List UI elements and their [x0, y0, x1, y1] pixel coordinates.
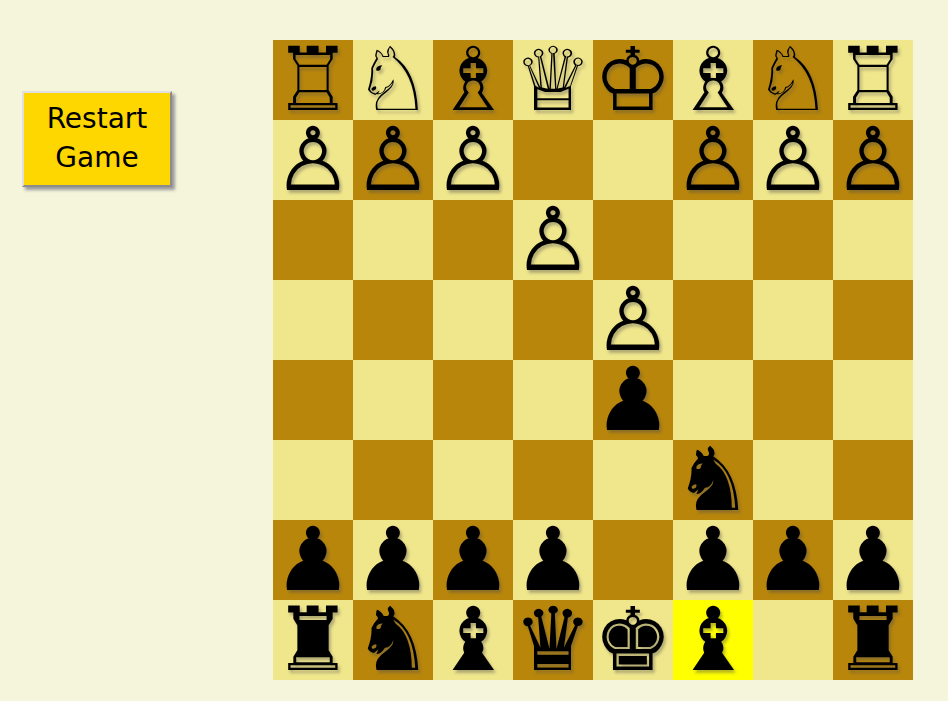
square-b4[interactable]: [353, 280, 433, 360]
square-h5[interactable]: [833, 360, 913, 440]
square-a5[interactable]: [273, 360, 353, 440]
square-c3[interactable]: [433, 200, 513, 280]
square-g2[interactable]: ♙: [753, 120, 833, 200]
square-g3[interactable]: [753, 200, 833, 280]
square-h4[interactable]: [833, 280, 913, 360]
square-a2[interactable]: ♙: [273, 120, 353, 200]
piece-black-bishop[interactable]: ♝: [674, 600, 753, 680]
square-b5[interactable]: [353, 360, 433, 440]
piece-black-knight[interactable]: ♞: [354, 600, 433, 680]
piece-black-rook[interactable]: ♜: [274, 600, 353, 680]
piece-white-queen[interactable]: ♕: [514, 40, 593, 120]
piece-white-pawn[interactable]: ♙: [754, 120, 833, 200]
square-f8[interactable]: ♝: [673, 600, 753, 680]
square-c2[interactable]: ♙: [433, 120, 513, 200]
piece-white-pawn[interactable]: ♙: [834, 120, 913, 200]
square-d4[interactable]: [513, 280, 593, 360]
piece-white-pawn[interactable]: ♙: [354, 120, 433, 200]
piece-black-rook[interactable]: ♜: [834, 600, 913, 680]
piece-white-pawn[interactable]: ♙: [514, 200, 593, 280]
piece-black-bishop[interactable]: ♝: [434, 600, 513, 680]
square-f2[interactable]: ♙: [673, 120, 753, 200]
square-d5[interactable]: [513, 360, 593, 440]
square-h2[interactable]: ♙: [833, 120, 913, 200]
square-e8[interactable]: ♚: [593, 600, 673, 680]
square-f4[interactable]: [673, 280, 753, 360]
square-d8[interactable]: ♛: [513, 600, 593, 680]
piece-white-king[interactable]: ♔: [594, 40, 673, 120]
square-a3[interactable]: [273, 200, 353, 280]
square-b2[interactable]: ♙: [353, 120, 433, 200]
square-g8[interactable]: [753, 600, 833, 680]
square-a8[interactable]: ♜: [273, 600, 353, 680]
square-h3[interactable]: [833, 200, 913, 280]
restart-game-button[interactable]: Restart Game: [22, 91, 172, 187]
square-f3[interactable]: [673, 200, 753, 280]
piece-white-pawn[interactable]: ♙: [434, 120, 513, 200]
square-e6[interactable]: [593, 440, 673, 520]
piece-black-pawn[interactable]: ♟: [754, 520, 833, 600]
piece-white-pawn[interactable]: ♙: [674, 120, 753, 200]
square-g7[interactable]: ♟: [753, 520, 833, 600]
square-d1[interactable]: ♕: [513, 40, 593, 120]
square-b8[interactable]: ♞: [353, 600, 433, 680]
piece-black-king[interactable]: ♚: [594, 600, 673, 680]
piece-black-pawn[interactable]: ♟: [594, 360, 673, 440]
square-c8[interactable]: ♝: [433, 600, 513, 680]
square-b3[interactable]: [353, 200, 433, 280]
square-c4[interactable]: [433, 280, 513, 360]
square-d3[interactable]: ♙: [513, 200, 593, 280]
square-e5[interactable]: ♟: [593, 360, 673, 440]
square-e1[interactable]: ♔: [593, 40, 673, 120]
square-a4[interactable]: [273, 280, 353, 360]
chess-board: ♖♘♗♕♔♗♘♖♙♙♙♙♙♙♙♙♟♞♟♟♟♟♟♟♟♜♞♝♛♚♝♜: [273, 40, 913, 680]
square-g4[interactable]: [753, 280, 833, 360]
piece-white-pawn[interactable]: ♙: [274, 120, 353, 200]
square-c5[interactable]: [433, 360, 513, 440]
square-e2[interactable]: [593, 120, 673, 200]
square-g5[interactable]: [753, 360, 833, 440]
piece-black-queen[interactable]: ♛: [514, 600, 593, 680]
square-h8[interactable]: ♜: [833, 600, 913, 680]
